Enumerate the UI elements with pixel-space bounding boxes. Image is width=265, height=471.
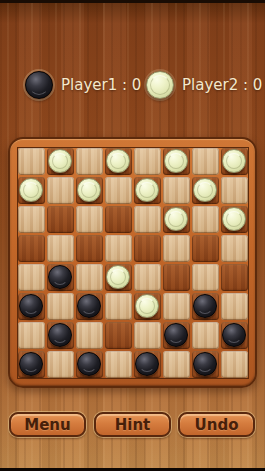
checker-white[interactable] [48, 149, 72, 173]
board-square [192, 206, 219, 233]
board-square[interactable] [134, 235, 161, 262]
checker-black[interactable] [48, 265, 72, 289]
checker-black[interactable] [77, 352, 101, 376]
checker-white[interactable] [164, 149, 188, 173]
board-square [163, 293, 190, 320]
board-square [18, 264, 45, 291]
board-square [221, 235, 248, 262]
board-square [134, 206, 161, 233]
board-square[interactable] [192, 351, 219, 378]
board-square [134, 148, 161, 175]
checkers-board-frame [8, 137, 257, 388]
board-square[interactable] [105, 322, 132, 349]
board-square[interactable] [47, 322, 74, 349]
board-square[interactable] [163, 264, 190, 291]
board-square [134, 264, 161, 291]
board-square[interactable] [134, 293, 161, 320]
board-square[interactable] [18, 235, 45, 262]
board-square [105, 351, 132, 378]
board-square[interactable] [105, 264, 132, 291]
board-square[interactable] [105, 206, 132, 233]
board-square [76, 206, 103, 233]
board-square [76, 264, 103, 291]
board-square[interactable] [163, 206, 190, 233]
board-square [163, 351, 190, 378]
board-square[interactable] [163, 148, 190, 175]
board-square[interactable] [221, 206, 248, 233]
board-square[interactable] [163, 322, 190, 349]
board-square [221, 177, 248, 204]
board-square [134, 322, 161, 349]
board-square [163, 235, 190, 262]
checker-white[interactable] [164, 207, 188, 231]
checker-black[interactable] [164, 323, 188, 347]
hint-button[interactable]: Hint [94, 412, 171, 437]
board-square [18, 206, 45, 233]
board-square[interactable] [192, 177, 219, 204]
top-edge-strip [0, 0, 265, 3]
player1-score-label: Player1 : 0 [61, 72, 141, 99]
board-square [221, 351, 248, 378]
checker-white[interactable] [135, 294, 159, 318]
board-square[interactable] [18, 351, 45, 378]
board-square [105, 177, 132, 204]
player2-score-label: Player2 : 0 [182, 72, 262, 99]
board-square [163, 177, 190, 204]
checker-white[interactable] [77, 178, 101, 202]
board-square [18, 148, 45, 175]
player1-score: Player1 : 0 [25, 71, 141, 99]
checker-white[interactable] [135, 178, 159, 202]
board-square[interactable] [76, 351, 103, 378]
board-grid [18, 148, 248, 378]
board-square[interactable] [192, 293, 219, 320]
board-square[interactable] [47, 148, 74, 175]
player2-score: Player2 : 0 [146, 71, 262, 99]
board-square[interactable] [18, 293, 45, 320]
checker-white[interactable] [222, 149, 246, 173]
white-checker-icon [146, 71, 174, 99]
checker-white[interactable] [222, 207, 246, 231]
undo-button[interactable]: Undo [178, 412, 255, 437]
board-square[interactable] [221, 264, 248, 291]
board-square [47, 293, 74, 320]
checker-black[interactable] [193, 352, 217, 376]
checker-black[interactable] [19, 352, 43, 376]
checker-black[interactable] [222, 323, 246, 347]
checker-black[interactable] [135, 352, 159, 376]
board-square[interactable] [192, 235, 219, 262]
board-square[interactable] [76, 177, 103, 204]
board-square [192, 322, 219, 349]
checker-white[interactable] [106, 265, 130, 289]
board-square [192, 148, 219, 175]
board-square[interactable] [76, 235, 103, 262]
board-square [76, 322, 103, 349]
board-square [47, 235, 74, 262]
checker-black[interactable] [77, 294, 101, 318]
board-square[interactable] [47, 206, 74, 233]
checker-white[interactable] [106, 149, 130, 173]
checker-black[interactable] [48, 323, 72, 347]
board-square[interactable] [134, 177, 161, 204]
board-square [18, 322, 45, 349]
checker-black[interactable] [193, 294, 217, 318]
board-square [105, 235, 132, 262]
board-square [192, 264, 219, 291]
checker-white[interactable] [193, 178, 217, 202]
board-square[interactable] [18, 177, 45, 204]
board-square [76, 148, 103, 175]
app-screen: Player1 : 0 Player2 : 0 Menu Hint Undo [0, 0, 265, 471]
checker-black[interactable] [19, 294, 43, 318]
board-square[interactable] [221, 148, 248, 175]
board-square [47, 177, 74, 204]
board-square[interactable] [134, 351, 161, 378]
board-square[interactable] [76, 293, 103, 320]
menu-button[interactable]: Menu [9, 412, 86, 437]
board-square [47, 351, 74, 378]
board-square[interactable] [105, 148, 132, 175]
board-square[interactable] [47, 264, 74, 291]
board-square [105, 293, 132, 320]
checker-white[interactable] [19, 178, 43, 202]
board-square[interactable] [221, 322, 248, 349]
black-checker-icon [25, 71, 53, 99]
board-square [221, 293, 248, 320]
